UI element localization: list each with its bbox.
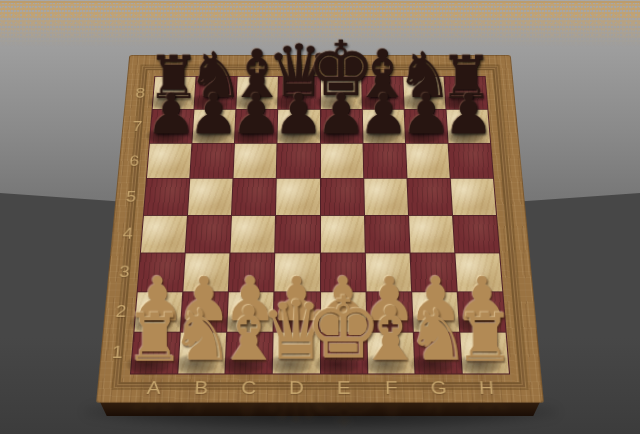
- square-h1[interactable]: ♜♜: [460, 333, 509, 374]
- square-e6[interactable]: [320, 144, 362, 178]
- square-d7[interactable]: ♟♟: [278, 110, 320, 143]
- square-b5[interactable]: [188, 179, 233, 215]
- white-rook-h1[interactable]: ♜: [456, 305, 516, 372]
- chess-board: ♜♜♞♞♝♝♛♛♚♚♝♝♞♞♜♜♟♟♟♟♟♟♟♟♟♟♟♟♟♟♟♟♟♟♟♟♟♟♟♟…: [96, 55, 544, 403]
- square-f7[interactable]: ♟♟: [362, 110, 404, 143]
- square-b6[interactable]: [190, 144, 234, 178]
- square-e7[interactable]: ♟♟: [320, 110, 362, 143]
- rank-label-4: 4: [113, 215, 142, 253]
- file-labels: ABCDEFGH: [129, 375, 511, 400]
- square-c7[interactable]: ♟♟: [235, 110, 277, 143]
- rank-label-5: 5: [117, 179, 145, 215]
- square-c6[interactable]: [234, 144, 277, 178]
- square-e4[interactable]: [321, 215, 365, 252]
- square-d4[interactable]: [276, 215, 320, 252]
- board-squares: ♜♜♞♞♝♝♛♛♚♚♝♝♞♞♜♜♟♟♟♟♟♟♟♟♟♟♟♟♟♟♟♟♟♟♟♟♟♟♟♟…: [131, 77, 509, 374]
- square-f6[interactable]: [363, 144, 406, 178]
- square-a7[interactable]: ♟♟: [150, 110, 194, 143]
- square-g7[interactable]: ♟♟: [404, 110, 447, 143]
- board-side-edge: [96, 401, 544, 416]
- square-d6[interactable]: [277, 144, 319, 178]
- file-label-f: F: [367, 375, 415, 400]
- square-b4[interactable]: [186, 215, 231, 252]
- file-label-g: G: [415, 375, 464, 400]
- black-pawn-h7[interactable]: ♟: [444, 86, 494, 142]
- file-label-e: E: [320, 375, 368, 400]
- square-h6[interactable]: [448, 144, 493, 178]
- square-f4[interactable]: [365, 215, 410, 252]
- square-c4[interactable]: [231, 215, 276, 252]
- rank-label-6: 6: [120, 144, 147, 179]
- square-a6[interactable]: [147, 144, 192, 178]
- chess-app-window: ♜♜♞♞♝♝♛♛♚♚♝♝♞♞♜♜♟♟♟♟♟♟♟♟♟♟♟♟♟♟♟♟♟♟♟♟♟♟♟♟…: [0, 0, 640, 434]
- square-g6[interactable]: [406, 144, 450, 178]
- square-a5[interactable]: [144, 179, 189, 215]
- file-label-d: D: [272, 375, 320, 400]
- file-label-c: C: [224, 375, 272, 400]
- file-label-a: A: [129, 375, 178, 400]
- square-d5[interactable]: [276, 179, 319, 215]
- square-f5[interactable]: [364, 179, 408, 215]
- file-label-h: H: [462, 375, 511, 400]
- square-g1[interactable]: ♞♞: [414, 333, 462, 374]
- square-c5[interactable]: [232, 179, 276, 215]
- square-h7[interactable]: ♟♟: [446, 110, 490, 143]
- square-g5[interactable]: [407, 179, 452, 215]
- square-g4[interactable]: [409, 215, 454, 252]
- file-label-b: B: [177, 375, 226, 400]
- square-e5[interactable]: [320, 179, 363, 215]
- square-a4[interactable]: [141, 215, 187, 252]
- square-h4[interactable]: [453, 215, 499, 252]
- square-h5[interactable]: [451, 179, 496, 215]
- square-b7[interactable]: ♟♟: [193, 110, 236, 143]
